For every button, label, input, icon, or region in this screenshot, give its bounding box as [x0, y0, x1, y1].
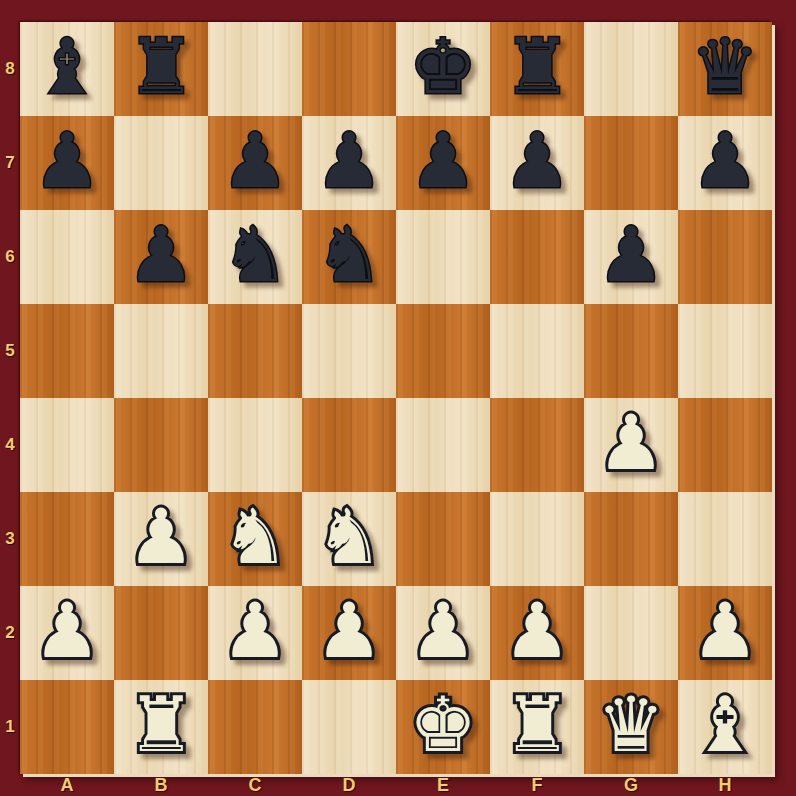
square-c8[interactable]: [208, 22, 302, 116]
file-label-d: D: [302, 774, 396, 796]
square-g4[interactable]: [584, 398, 678, 492]
black-pawn-h7[interactable]: [678, 116, 772, 210]
square-b4[interactable]: [114, 398, 208, 492]
white-pawn-c2[interactable]: [208, 586, 302, 680]
square-h4[interactable]: [678, 398, 772, 492]
square-f3[interactable]: [490, 492, 584, 586]
square-h2[interactable]: [678, 586, 772, 680]
white-knight-d3[interactable]: [302, 492, 396, 586]
black-knight-d6[interactable]: [302, 210, 396, 304]
square-e3[interactable]: [396, 492, 490, 586]
square-a6[interactable]: [20, 210, 114, 304]
black-rook-f8[interactable]: [490, 22, 584, 116]
file-label-f: F: [490, 774, 584, 796]
file-labels: ABCDEFGH: [20, 774, 772, 796]
square-d7[interactable]: [302, 116, 396, 210]
square-g6[interactable]: [584, 210, 678, 304]
square-b7[interactable]: [114, 116, 208, 210]
square-a4[interactable]: [20, 398, 114, 492]
square-h8[interactable]: [678, 22, 772, 116]
white-knight-c3[interactable]: [208, 492, 302, 586]
white-bishop-h1[interactable]: [678, 680, 772, 774]
square-f1[interactable]: [490, 680, 584, 774]
square-a5[interactable]: [20, 304, 114, 398]
black-pawn-f7[interactable]: [490, 116, 584, 210]
square-b6[interactable]: [114, 210, 208, 304]
square-e8[interactable]: [396, 22, 490, 116]
black-pawn-e7[interactable]: [396, 116, 490, 210]
black-queen-h8[interactable]: [678, 22, 772, 116]
file-label-c: C: [208, 774, 302, 796]
white-pawn-f2[interactable]: [490, 586, 584, 680]
square-d6[interactable]: [302, 210, 396, 304]
square-h1[interactable]: [678, 680, 772, 774]
square-g8[interactable]: [584, 22, 678, 116]
square-d5[interactable]: [302, 304, 396, 398]
square-e1[interactable]: [396, 680, 490, 774]
square-a2[interactable]: [20, 586, 114, 680]
black-king-e8[interactable]: [396, 22, 490, 116]
white-pawn-b3[interactable]: [114, 492, 208, 586]
square-d1[interactable]: [302, 680, 396, 774]
board: [20, 22, 772, 774]
black-bishop-a8[interactable]: [20, 22, 114, 116]
square-e7[interactable]: [396, 116, 490, 210]
square-c6[interactable]: [208, 210, 302, 304]
rank-label-2: 2: [0, 586, 20, 680]
white-rook-f1[interactable]: [490, 680, 584, 774]
white-pawn-h2[interactable]: [678, 586, 772, 680]
white-pawn-e2[interactable]: [396, 586, 490, 680]
square-c5[interactable]: [208, 304, 302, 398]
black-rook-b8[interactable]: [114, 22, 208, 116]
square-b3[interactable]: [114, 492, 208, 586]
square-h3[interactable]: [678, 492, 772, 586]
white-king-e1[interactable]: [396, 680, 490, 774]
rank-label-8: 8: [0, 22, 20, 116]
square-e4[interactable]: [396, 398, 490, 492]
square-h6[interactable]: [678, 210, 772, 304]
rank-label-6: 6: [0, 210, 20, 304]
square-b5[interactable]: [114, 304, 208, 398]
rank-labels: 87654321: [0, 22, 20, 774]
square-d4[interactable]: [302, 398, 396, 492]
file-label-h: H: [678, 774, 772, 796]
square-c1[interactable]: [208, 680, 302, 774]
square-h5[interactable]: [678, 304, 772, 398]
white-pawn-d2[interactable]: [302, 586, 396, 680]
file-label-a: A: [20, 774, 114, 796]
rank-label-1: 1: [0, 680, 20, 774]
square-f6[interactable]: [490, 210, 584, 304]
black-pawn-g6[interactable]: [584, 210, 678, 304]
square-c4[interactable]: [208, 398, 302, 492]
white-queen-g1[interactable]: [584, 680, 678, 774]
square-e6[interactable]: [396, 210, 490, 304]
white-pawn-a2[interactable]: [20, 586, 114, 680]
rank-label-4: 4: [0, 398, 20, 492]
square-a7[interactable]: [20, 116, 114, 210]
file-label-b: B: [114, 774, 208, 796]
square-b1[interactable]: [114, 680, 208, 774]
square-e5[interactable]: [396, 304, 490, 398]
black-pawn-c7[interactable]: [208, 116, 302, 210]
file-label-g: G: [584, 774, 678, 796]
square-e2[interactable]: [396, 586, 490, 680]
square-c7[interactable]: [208, 116, 302, 210]
square-d8[interactable]: [302, 22, 396, 116]
square-f8[interactable]: [490, 22, 584, 116]
black-pawn-b6[interactable]: [114, 210, 208, 304]
file-label-e: E: [396, 774, 490, 796]
square-h7[interactable]: [678, 116, 772, 210]
square-g7[interactable]: [584, 116, 678, 210]
square-f4[interactable]: [490, 398, 584, 492]
square-d3[interactable]: [302, 492, 396, 586]
square-g3[interactable]: [584, 492, 678, 586]
square-f2[interactable]: [490, 586, 584, 680]
white-rook-b1[interactable]: [114, 680, 208, 774]
black-knight-c6[interactable]: [208, 210, 302, 304]
rank-label-5: 5: [0, 304, 20, 398]
square-b8[interactable]: [114, 22, 208, 116]
rank-label-3: 3: [0, 492, 20, 586]
square-a8[interactable]: [20, 22, 114, 116]
square-b2[interactable]: [114, 586, 208, 680]
rank-label-7: 7: [0, 116, 20, 210]
square-c3[interactable]: [208, 492, 302, 586]
white-pawn-g4[interactable]: [584, 398, 678, 492]
square-c2[interactable]: [208, 586, 302, 680]
square-a1[interactable]: [20, 680, 114, 774]
square-f5[interactable]: [490, 304, 584, 398]
black-pawn-a7[interactable]: [20, 116, 114, 210]
square-g1[interactable]: [584, 680, 678, 774]
square-f7[interactable]: [490, 116, 584, 210]
square-g2[interactable]: [584, 586, 678, 680]
square-d2[interactable]: [302, 586, 396, 680]
black-pawn-d7[interactable]: [302, 116, 396, 210]
square-a3[interactable]: [20, 492, 114, 586]
square-g5[interactable]: [584, 304, 678, 398]
